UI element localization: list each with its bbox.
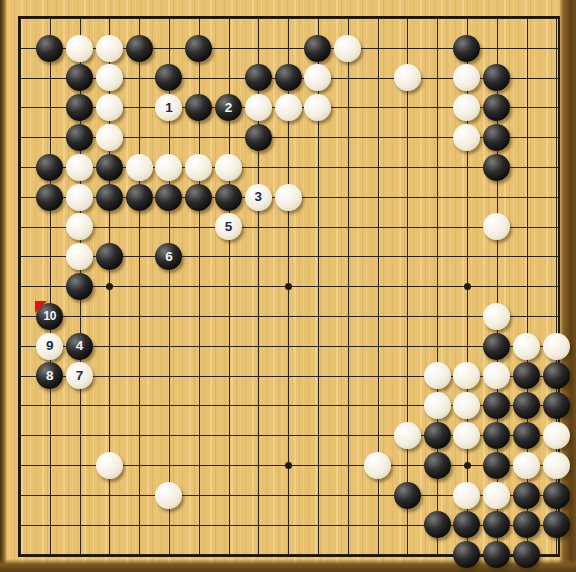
board-intersection[interactable]: [214, 510, 244, 540]
board-intersection[interactable]: [452, 510, 482, 540]
board-intersection[interactable]: [154, 182, 184, 212]
board-intersection[interactable]: [65, 540, 95, 570]
board-intersection[interactable]: [333, 331, 363, 361]
board-intersection[interactable]: [303, 93, 333, 123]
board-intersection[interactable]: [482, 331, 512, 361]
board-intersection[interactable]: [94, 421, 124, 451]
board-intersection[interactable]: 4: [65, 331, 95, 361]
board-intersection[interactable]: [184, 182, 214, 212]
board-intersection[interactable]: [214, 152, 244, 182]
board-intersection[interactable]: [124, 391, 154, 421]
board-intersection[interactable]: [65, 450, 95, 480]
board-intersection[interactable]: [124, 63, 154, 93]
board-intersection[interactable]: [5, 242, 35, 272]
board-intersection[interactable]: [512, 33, 542, 63]
board-intersection[interactable]: 5: [214, 212, 244, 242]
board-intersection[interactable]: [392, 331, 422, 361]
board-intersection[interactable]: [94, 33, 124, 63]
board-intersection[interactable]: 3: [243, 182, 273, 212]
board-intersection[interactable]: [512, 480, 542, 510]
board-intersection[interactable]: [392, 123, 422, 153]
board-intersection[interactable]: [333, 242, 363, 272]
board-intersection[interactable]: [303, 331, 333, 361]
board-intersection[interactable]: [5, 4, 35, 34]
board-intersection[interactable]: [541, 361, 571, 391]
board-intersection[interactable]: [392, 301, 422, 331]
board-intersection[interactable]: [243, 540, 273, 570]
board-intersection[interactable]: [124, 212, 154, 242]
board-intersection[interactable]: [303, 272, 333, 302]
board-intersection[interactable]: 7: [65, 361, 95, 391]
board-intersection[interactable]: [333, 33, 363, 63]
board-intersection[interactable]: [363, 361, 393, 391]
board-intersection[interactable]: [482, 421, 512, 451]
board-intersection[interactable]: [273, 331, 303, 361]
board-intersection[interactable]: [5, 301, 35, 331]
board-intersection[interactable]: [363, 182, 393, 212]
board-intersection[interactable]: [94, 331, 124, 361]
board-intersection[interactable]: [243, 272, 273, 302]
board-intersection[interactable]: 1: [154, 93, 184, 123]
board-intersection[interactable]: [124, 152, 154, 182]
board-intersection[interactable]: [512, 152, 542, 182]
board-intersection[interactable]: [422, 93, 452, 123]
board-intersection[interactable]: [541, 212, 571, 242]
board-intersection[interactable]: [392, 63, 422, 93]
board-intersection[interactable]: [303, 152, 333, 182]
board-intersection[interactable]: [392, 361, 422, 391]
board-intersection[interactable]: [154, 63, 184, 93]
board-intersection[interactable]: [94, 540, 124, 570]
board-intersection[interactable]: [124, 33, 154, 63]
board-intersection[interactable]: [392, 510, 422, 540]
board-intersection[interactable]: [512, 301, 542, 331]
board-intersection[interactable]: [35, 272, 65, 302]
board-intersection[interactable]: [214, 301, 244, 331]
board-intersection[interactable]: [65, 152, 95, 182]
board-intersection[interactable]: [243, 450, 273, 480]
board-intersection[interactable]: [541, 4, 571, 34]
board-intersection[interactable]: [273, 361, 303, 391]
board-intersection[interactable]: [243, 391, 273, 421]
board-intersection[interactable]: [512, 450, 542, 480]
board-intersection[interactable]: [512, 242, 542, 272]
board-intersection[interactable]: [452, 391, 482, 421]
board-intersection[interactable]: [512, 63, 542, 93]
board-intersection[interactable]: [333, 63, 363, 93]
board-intersection[interactable]: [303, 480, 333, 510]
board-intersection[interactable]: [541, 510, 571, 540]
board-intersection[interactable]: [273, 480, 303, 510]
board-intersection[interactable]: [303, 450, 333, 480]
board-intersection[interactable]: [94, 301, 124, 331]
board-intersection[interactable]: [303, 391, 333, 421]
board-intersection[interactable]: [422, 391, 452, 421]
board-intersection[interactable]: [333, 391, 363, 421]
board-intersection[interactable]: [5, 272, 35, 302]
board-intersection[interactable]: [214, 421, 244, 451]
board-intersection[interactable]: [273, 242, 303, 272]
board-intersection[interactable]: [94, 272, 124, 302]
board-intersection[interactable]: [184, 33, 214, 63]
board-intersection[interactable]: [184, 93, 214, 123]
board-intersection[interactable]: [5, 93, 35, 123]
board-intersection[interactable]: [541, 450, 571, 480]
board-intersection[interactable]: [5, 391, 35, 421]
board-intersection[interactable]: [333, 480, 363, 510]
board-intersection[interactable]: [363, 152, 393, 182]
board-intersection[interactable]: [65, 4, 95, 34]
board-intersection[interactable]: [422, 331, 452, 361]
board-intersection[interactable]: [482, 450, 512, 480]
board-intersection[interactable]: [512, 123, 542, 153]
board-intersection[interactable]: [35, 123, 65, 153]
board-intersection[interactable]: [214, 331, 244, 361]
board-intersection[interactable]: [392, 4, 422, 34]
board-intersection[interactable]: [273, 391, 303, 421]
board-intersection[interactable]: [184, 480, 214, 510]
board-intersection[interactable]: [541, 123, 571, 153]
board-intersection[interactable]: [512, 331, 542, 361]
board-intersection[interactable]: [482, 242, 512, 272]
board-intersection[interactable]: [422, 301, 452, 331]
board-intersection[interactable]: [363, 33, 393, 63]
board-intersection[interactable]: [243, 480, 273, 510]
board-intersection[interactable]: [5, 182, 35, 212]
board-intersection[interactable]: [184, 123, 214, 153]
board-intersection[interactable]: [512, 212, 542, 242]
board-intersection[interactable]: [35, 242, 65, 272]
board-intersection[interactable]: [452, 33, 482, 63]
board-intersection[interactable]: [482, 540, 512, 570]
board-intersection[interactable]: [35, 510, 65, 540]
board-intersection[interactable]: [333, 123, 363, 153]
board-intersection[interactable]: [422, 450, 452, 480]
board-intersection[interactable]: [333, 421, 363, 451]
board-intersection[interactable]: [273, 33, 303, 63]
board-intersection[interactable]: [94, 391, 124, 421]
board-intersection[interactable]: [363, 391, 393, 421]
board-intersection[interactable]: [333, 272, 363, 302]
board-intersection[interactable]: [214, 242, 244, 272]
board-intersection[interactable]: [35, 450, 65, 480]
board-intersection[interactable]: [392, 152, 422, 182]
board-intersection[interactable]: [482, 301, 512, 331]
board-intersection[interactable]: [94, 242, 124, 272]
board-intersection[interactable]: [422, 540, 452, 570]
board-intersection[interactable]: [422, 4, 452, 34]
board-intersection[interactable]: [333, 361, 363, 391]
board-intersection[interactable]: [273, 182, 303, 212]
board-intersection[interactable]: [65, 123, 95, 153]
board-intersection[interactable]: [392, 421, 422, 451]
board-intersection[interactable]: [452, 421, 482, 451]
board-intersection[interactable]: [482, 272, 512, 302]
board-intersection[interactable]: [65, 182, 95, 212]
board-intersection[interactable]: [363, 540, 393, 570]
board-intersection[interactable]: [184, 152, 214, 182]
board-intersection[interactable]: [65, 301, 95, 331]
board-intersection[interactable]: [303, 123, 333, 153]
board-intersection[interactable]: [35, 63, 65, 93]
board-intersection[interactable]: [273, 212, 303, 242]
board-intersection[interactable]: [392, 93, 422, 123]
board-intersection[interactable]: [243, 301, 273, 331]
board-intersection[interactable]: [512, 391, 542, 421]
board-intersection[interactable]: [541, 152, 571, 182]
board-intersection[interactable]: [541, 421, 571, 451]
board-intersection[interactable]: [35, 182, 65, 212]
board-intersection[interactable]: [65, 93, 95, 123]
board-intersection[interactable]: [363, 123, 393, 153]
board-intersection[interactable]: [124, 272, 154, 302]
board-intersection[interactable]: [512, 272, 542, 302]
board-intersection[interactable]: [214, 272, 244, 302]
board-intersection[interactable]: [422, 33, 452, 63]
board-intersection[interactable]: [94, 361, 124, 391]
board-intersection[interactable]: [65, 212, 95, 242]
board-intersection[interactable]: [154, 4, 184, 34]
board-intersection[interactable]: 6: [154, 242, 184, 272]
board-intersection[interactable]: [94, 63, 124, 93]
board-intersection[interactable]: [94, 93, 124, 123]
board-intersection[interactable]: [452, 450, 482, 480]
board-intersection[interactable]: [452, 361, 482, 391]
board-intersection[interactable]: [541, 63, 571, 93]
board-intersection[interactable]: [35, 212, 65, 242]
board-intersection[interactable]: [541, 480, 571, 510]
board-intersection[interactable]: [333, 301, 363, 331]
board-intersection[interactable]: [422, 63, 452, 93]
board-intersection[interactable]: [452, 272, 482, 302]
board-intersection[interactable]: [363, 450, 393, 480]
board-intersection[interactable]: [243, 510, 273, 540]
board-intersection[interactable]: [541, 182, 571, 212]
board-intersection[interactable]: [363, 4, 393, 34]
board-intersection[interactable]: [512, 361, 542, 391]
board-intersection[interactable]: [184, 63, 214, 93]
board-intersection[interactable]: [5, 361, 35, 391]
board-intersection[interactable]: [512, 421, 542, 451]
board-intersection[interactable]: [452, 480, 482, 510]
board-intersection[interactable]: [35, 391, 65, 421]
board-intersection[interactable]: [273, 510, 303, 540]
board-intersection[interactable]: [214, 33, 244, 63]
board-intersection[interactable]: [482, 212, 512, 242]
board-intersection[interactable]: [214, 540, 244, 570]
board-intersection[interactable]: [5, 63, 35, 93]
board-intersection[interactable]: [363, 301, 393, 331]
board-intersection[interactable]: [94, 152, 124, 182]
board-intersection[interactable]: [124, 93, 154, 123]
board-intersection[interactable]: [94, 450, 124, 480]
board-intersection[interactable]: [184, 391, 214, 421]
board-intersection[interactable]: [392, 480, 422, 510]
board-intersection[interactable]: [273, 123, 303, 153]
board-intersection[interactable]: [214, 4, 244, 34]
board-intersection[interactable]: [94, 212, 124, 242]
board-intersection[interactable]: [124, 123, 154, 153]
board-intersection[interactable]: [422, 123, 452, 153]
board-intersection[interactable]: [184, 421, 214, 451]
board-intersection[interactable]: [512, 4, 542, 34]
board-intersection[interactable]: [482, 33, 512, 63]
board-intersection[interactable]: [303, 212, 333, 242]
board-intersection[interactable]: [243, 212, 273, 242]
board-intersection[interactable]: [124, 540, 154, 570]
board-intersection[interactable]: [243, 33, 273, 63]
board-intersection[interactable]: [154, 123, 184, 153]
board-intersection[interactable]: [452, 152, 482, 182]
board-intersection[interactable]: [5, 123, 35, 153]
board-intersection[interactable]: [363, 510, 393, 540]
board-intersection[interactable]: [452, 540, 482, 570]
board-intersection[interactable]: [243, 361, 273, 391]
board-intersection[interactable]: [363, 272, 393, 302]
board-intersection[interactable]: [184, 4, 214, 34]
board-intersection[interactable]: 8: [35, 361, 65, 391]
board-intersection[interactable]: [35, 4, 65, 34]
board-intersection[interactable]: [65, 421, 95, 451]
board-intersection[interactable]: [333, 450, 363, 480]
board-intersection[interactable]: [35, 540, 65, 570]
board-intersection[interactable]: [541, 331, 571, 361]
board-intersection[interactable]: [214, 123, 244, 153]
board-intersection[interactable]: [65, 242, 95, 272]
board-intersection[interactable]: [243, 93, 273, 123]
board-intersection[interactable]: [392, 540, 422, 570]
board-intersection[interactable]: [422, 182, 452, 212]
board-intersection[interactable]: [452, 242, 482, 272]
board-intersection[interactable]: [333, 93, 363, 123]
board-intersection[interactable]: [184, 510, 214, 540]
board-intersection[interactable]: [124, 331, 154, 361]
board-intersection[interactable]: [482, 93, 512, 123]
board-intersection[interactable]: [333, 182, 363, 212]
board-intersection[interactable]: [94, 123, 124, 153]
board-intersection[interactable]: [303, 4, 333, 34]
board-intersection[interactable]: [214, 450, 244, 480]
board-intersection[interactable]: [243, 421, 273, 451]
board-intersection[interactable]: [422, 152, 452, 182]
board-intersection[interactable]: [541, 242, 571, 272]
board-intersection[interactable]: [65, 33, 95, 63]
board-intersection[interactable]: [452, 212, 482, 242]
board-intersection[interactable]: [5, 540, 35, 570]
board-intersection[interactable]: [392, 242, 422, 272]
board-intersection[interactable]: [124, 510, 154, 540]
board-intersection[interactable]: [5, 33, 35, 63]
board-intersection[interactable]: [35, 33, 65, 63]
board-intersection[interactable]: [154, 480, 184, 510]
board-intersection[interactable]: [154, 421, 184, 451]
board-intersection[interactable]: [154, 301, 184, 331]
board-intersection[interactable]: [541, 33, 571, 63]
board-intersection[interactable]: [124, 480, 154, 510]
board-intersection[interactable]: [94, 510, 124, 540]
board-intersection[interactable]: [5, 152, 35, 182]
board-intersection[interactable]: [35, 93, 65, 123]
board-intersection[interactable]: [333, 152, 363, 182]
board-intersection[interactable]: [482, 391, 512, 421]
board-intersection[interactable]: [273, 272, 303, 302]
board-intersection[interactable]: [154, 272, 184, 302]
board-intersection[interactable]: [392, 33, 422, 63]
board-intersection[interactable]: [154, 212, 184, 242]
board-intersection[interactable]: [124, 301, 154, 331]
board-intersection[interactable]: [243, 331, 273, 361]
board-intersection[interactable]: [124, 182, 154, 212]
board-intersection[interactable]: [363, 212, 393, 242]
board-intersection[interactable]: [541, 93, 571, 123]
board-intersection[interactable]: [94, 182, 124, 212]
board-intersection[interactable]: [422, 242, 452, 272]
board-intersection[interactable]: [184, 242, 214, 272]
board-intersection[interactable]: [5, 480, 35, 510]
board-intersection[interactable]: [303, 33, 333, 63]
board-intersection[interactable]: [243, 4, 273, 34]
board-intersection[interactable]: [422, 510, 452, 540]
board-intersection[interactable]: [214, 182, 244, 212]
board-intersection[interactable]: [482, 361, 512, 391]
board-intersection[interactable]: [541, 301, 571, 331]
board-intersection[interactable]: [333, 4, 363, 34]
board-intersection[interactable]: [35, 421, 65, 451]
board-intersection[interactable]: 10: [35, 301, 65, 331]
board-intersection[interactable]: [273, 421, 303, 451]
board-intersection[interactable]: [422, 480, 452, 510]
board-intersection[interactable]: [273, 301, 303, 331]
board-intersection[interactable]: [35, 480, 65, 510]
board-intersection[interactable]: [65, 510, 95, 540]
board-intersection[interactable]: [154, 152, 184, 182]
board-intersection[interactable]: 9: [35, 331, 65, 361]
board-intersection[interactable]: [154, 391, 184, 421]
board-intersection[interactable]: [184, 212, 214, 242]
board-intersection[interactable]: [154, 33, 184, 63]
board-intersection[interactable]: [512, 93, 542, 123]
board-intersection[interactable]: [184, 331, 214, 361]
board-intersection[interactable]: [482, 4, 512, 34]
board-intersection[interactable]: 2: [214, 93, 244, 123]
board-intersection[interactable]: [184, 272, 214, 302]
board-intersection[interactable]: [512, 540, 542, 570]
board-intersection[interactable]: [422, 361, 452, 391]
board-intersection[interactable]: [35, 152, 65, 182]
board-intersection[interactable]: [422, 421, 452, 451]
board-intersection[interactable]: [124, 421, 154, 451]
board-intersection[interactable]: [243, 152, 273, 182]
board-intersection[interactable]: [363, 93, 393, 123]
board-intersection[interactable]: [482, 510, 512, 540]
board-intersection[interactable]: [303, 182, 333, 212]
board-intersection[interactable]: [124, 4, 154, 34]
board-intersection[interactable]: [154, 331, 184, 361]
board-intersection[interactable]: [5, 421, 35, 451]
board-intersection[interactable]: [154, 361, 184, 391]
board-intersection[interactable]: [482, 123, 512, 153]
board-intersection[interactable]: [303, 361, 333, 391]
board-intersection[interactable]: [94, 4, 124, 34]
board-intersection[interactable]: [65, 480, 95, 510]
board-intersection[interactable]: [65, 272, 95, 302]
board-intersection[interactable]: [65, 63, 95, 93]
board-intersection[interactable]: [333, 510, 363, 540]
board-intersection[interactable]: [273, 540, 303, 570]
board-intersection[interactable]: [452, 301, 482, 331]
board-intersection[interactable]: [333, 212, 363, 242]
board-intersection[interactable]: [5, 331, 35, 361]
